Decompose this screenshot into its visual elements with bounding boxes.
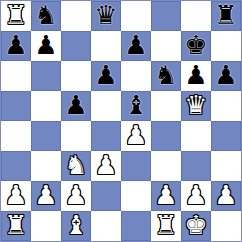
white-king: ♚ xyxy=(184,211,207,240)
black-pawn: ♟ xyxy=(124,31,147,60)
square-c2[interactable]: ♟ xyxy=(61,181,91,211)
square-h4[interactable] xyxy=(211,121,241,151)
square-f6[interactable]: ♞ xyxy=(151,61,181,91)
black-pawn: ♟ xyxy=(94,61,117,90)
square-c6[interactable] xyxy=(61,61,91,91)
square-d3[interactable]: ♟ xyxy=(91,151,121,181)
black-rook: ♜ xyxy=(214,1,237,30)
black-pawn: ♟ xyxy=(184,61,207,90)
square-d6[interactable]: ♟ xyxy=(91,61,121,91)
black-knight: ♞ xyxy=(154,61,177,90)
square-c5[interactable]: ♟ xyxy=(61,91,91,121)
square-e8[interactable] xyxy=(121,1,151,31)
square-a5[interactable] xyxy=(1,91,31,121)
black-pawn: ♟ xyxy=(4,31,27,60)
black-queen: ♛ xyxy=(94,1,117,30)
black-pawn: ♟ xyxy=(64,91,87,120)
square-b8[interactable]: ♞ xyxy=(31,1,61,31)
square-b7[interactable]: ♟ xyxy=(31,31,61,61)
square-e7[interactable]: ♟ xyxy=(121,31,151,61)
square-d7[interactable] xyxy=(91,31,121,61)
square-b4[interactable] xyxy=(31,121,61,151)
square-a1[interactable]: ♜ xyxy=(1,211,31,241)
square-g7[interactable]: ♚ xyxy=(181,31,211,61)
square-f4[interactable] xyxy=(151,121,181,151)
square-e2[interactable] xyxy=(121,181,151,211)
square-d4[interactable] xyxy=(91,121,121,151)
square-g5[interactable]: ♛ xyxy=(181,91,211,121)
square-c4[interactable] xyxy=(61,121,91,151)
white-pawn: ♟ xyxy=(184,181,207,210)
square-b6[interactable] xyxy=(31,61,61,91)
black-bishop: ♝ xyxy=(124,91,147,120)
square-f2[interactable]: ♟ xyxy=(151,181,181,211)
chess-board-wrapper: ♜♞♛♜♟♟♟♚♟♞♟♟♟♝♛♟♞♟♟♟♟♟♟♟♜♝♜♚ xyxy=(0,0,242,242)
white-pawn: ♟ xyxy=(214,181,237,210)
chess-board: ♜♞♛♜♟♟♟♚♟♞♟♟♟♝♛♟♞♟♟♟♟♟♟♟♜♝♜♚ xyxy=(0,0,242,242)
square-h1[interactable] xyxy=(211,211,241,241)
square-a6[interactable] xyxy=(1,61,31,91)
white-pawn: ♟ xyxy=(124,121,147,150)
white-knight: ♞ xyxy=(64,151,87,180)
square-h2[interactable]: ♟ xyxy=(211,181,241,211)
square-a3[interactable] xyxy=(1,151,31,181)
square-b1[interactable] xyxy=(31,211,61,241)
square-h5[interactable] xyxy=(211,91,241,121)
square-f7[interactable] xyxy=(151,31,181,61)
square-g8[interactable] xyxy=(181,1,211,31)
square-e3[interactable] xyxy=(121,151,151,181)
square-c7[interactable] xyxy=(61,31,91,61)
square-d2[interactable] xyxy=(91,181,121,211)
square-g4[interactable] xyxy=(181,121,211,151)
white-pawn: ♟ xyxy=(34,181,57,210)
square-c3[interactable]: ♞ xyxy=(61,151,91,181)
white-pawn: ♟ xyxy=(4,181,27,210)
square-c8[interactable] xyxy=(61,1,91,31)
square-h7[interactable] xyxy=(211,31,241,61)
square-d1[interactable] xyxy=(91,211,121,241)
white-rook: ♜ xyxy=(4,211,27,240)
white-pawn: ♟ xyxy=(64,181,87,210)
square-d8[interactable]: ♛ xyxy=(91,1,121,31)
square-h3[interactable] xyxy=(211,151,241,181)
white-queen: ♛ xyxy=(184,91,207,120)
white-pawn: ♟ xyxy=(94,151,117,180)
square-a7[interactable]: ♟ xyxy=(1,31,31,61)
black-pawn: ♟ xyxy=(34,31,57,60)
square-f3[interactable] xyxy=(151,151,181,181)
square-b5[interactable] xyxy=(31,91,61,121)
white-pawn: ♟ xyxy=(154,181,177,210)
white-bishop: ♝ xyxy=(64,211,87,240)
square-e6[interactable] xyxy=(121,61,151,91)
square-a4[interactable] xyxy=(1,121,31,151)
white-rook: ♜ xyxy=(154,211,177,240)
square-e5[interactable]: ♝ xyxy=(121,91,151,121)
square-a2[interactable]: ♟ xyxy=(1,181,31,211)
square-f8[interactable] xyxy=(151,1,181,31)
square-b2[interactable]: ♟ xyxy=(31,181,61,211)
white-rook: ♜ xyxy=(4,1,27,30)
square-d5[interactable] xyxy=(91,91,121,121)
square-a8[interactable]: ♜ xyxy=(1,1,31,31)
square-g2[interactable]: ♟ xyxy=(181,181,211,211)
square-f1[interactable]: ♜ xyxy=(151,211,181,241)
black-king: ♚ xyxy=(184,31,207,60)
square-h6[interactable]: ♟ xyxy=(211,61,241,91)
square-f5[interactable] xyxy=(151,91,181,121)
square-e1[interactable] xyxy=(121,211,151,241)
square-g3[interactable] xyxy=(181,151,211,181)
square-b3[interactable] xyxy=(31,151,61,181)
square-g6[interactable]: ♟ xyxy=(181,61,211,91)
square-e4[interactable]: ♟ xyxy=(121,121,151,151)
black-pawn: ♟ xyxy=(214,61,237,90)
square-c1[interactable]: ♝ xyxy=(61,211,91,241)
square-g1[interactable]: ♚ xyxy=(181,211,211,241)
square-h8[interactable]: ♜ xyxy=(211,1,241,31)
black-knight: ♞ xyxy=(34,1,57,30)
